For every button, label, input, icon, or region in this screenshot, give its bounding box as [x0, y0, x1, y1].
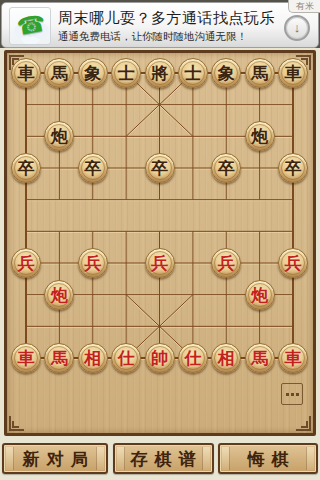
piece-black-chariot[interactable]: 車 [11, 58, 41, 88]
piece-black-advisor[interactable]: 士 [111, 58, 141, 88]
piece-black-advisor[interactable]: 士 [178, 58, 208, 88]
xiangqi-board[interactable]: 車馬象士將士象馬車炮炮卒卒卒卒卒兵兵兵兵兵炮炮車馬相仕帥仕相馬車 [0, 48, 320, 440]
piece-red-chariot[interactable]: 車 [278, 343, 308, 373]
piece-black-soldier[interactable]: 卒 [278, 153, 308, 183]
board-grid-lines [26, 73, 293, 358]
save-record-button[interactable]: 存棋谱 [113, 443, 214, 474]
ad-title: 周末哪儿耍？多方通话找点玩乐 [58, 9, 283, 27]
download-icon[interactable]: ↓ [284, 15, 310, 41]
ad-subtitle: 通通免费电话，让你随时随地沟通无限！ [58, 30, 283, 43]
piece-red-advisor[interactable]: 仕 [178, 343, 208, 373]
piece-red-advisor[interactable]: 仕 [111, 343, 141, 373]
piece-black-soldier[interactable]: 卒 [11, 153, 41, 183]
piece-black-cannon[interactable]: 炮 [245, 121, 275, 151]
ellipsis-icon [286, 393, 289, 396]
piece-red-general[interactable]: 帥 [145, 343, 175, 373]
piece-red-cannon[interactable]: 炮 [44, 280, 74, 310]
piece-red-horse[interactable]: 馬 [245, 343, 275, 373]
piece-black-soldier[interactable]: 卒 [145, 153, 175, 183]
new-game-button[interactable]: 新对局 [2, 443, 108, 474]
piece-black-general[interactable]: 將 [145, 58, 175, 88]
ad-banner[interactable]: ☎ 周末哪儿耍？多方通话找点玩乐 通通免费电话，让你随时随地沟通无限！ ↓ [1, 2, 319, 48]
piece-red-chariot[interactable]: 車 [11, 343, 41, 373]
piece-red-soldier[interactable]: 兵 [278, 248, 308, 278]
piece-red-elephant[interactable]: 相 [78, 343, 108, 373]
ad-app-icon: ☎ [9, 7, 51, 45]
more-options-button[interactable] [281, 383, 303, 405]
ad-banner-strip: ☎ 周末哪儿耍？多方通话找点玩乐 通通免费电话，让你随时随地沟通无限！ ↓ 有米 [0, 0, 320, 48]
piece-black-elephant[interactable]: 象 [78, 58, 108, 88]
piece-red-soldier[interactable]: 兵 [11, 248, 41, 278]
frame-corner-ornament [9, 416, 24, 431]
piece-red-soldier[interactable]: 兵 [78, 248, 108, 278]
piece-black-chariot[interactable]: 車 [278, 58, 308, 88]
phone-icon: ☎ [15, 8, 48, 43]
undo-move-button[interactable]: 悔棋 [218, 443, 318, 474]
piece-red-soldier[interactable]: 兵 [145, 248, 175, 278]
piece-black-soldier[interactable]: 卒 [78, 153, 108, 183]
ad-network-tag: 有米 [288, 0, 320, 13]
bottom-toolbar: 新对局 存棋谱 悔棋 [0, 440, 320, 480]
frame-corner-ornament [296, 416, 311, 431]
piece-red-cannon[interactable]: 炮 [245, 280, 275, 310]
piece-black-horse[interactable]: 馬 [245, 58, 275, 88]
